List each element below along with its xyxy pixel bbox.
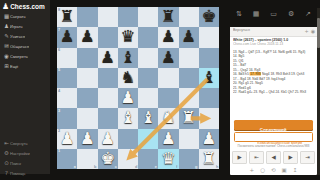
layout-icon[interactable]: ▣ xyxy=(282,167,287,173)
square-g1[interactable]: g xyxy=(179,149,199,169)
sidebar-item-сыграть[interactable]: ▦Сыграть xyxy=(3,11,50,21)
share-icon[interactable]: ↗ xyxy=(305,11,311,18)
square-f2[interactable]: ♟ xyxy=(158,129,178,149)
file-label: e xyxy=(155,165,157,169)
current-move[interactable]: 17. Rf3 xyxy=(250,72,261,76)
square-c6[interactable]: ♟ xyxy=(98,48,118,68)
square-d3[interactable]: ♝ xyxy=(118,108,138,128)
settings-icon[interactable]: ⚙ xyxy=(288,11,294,18)
piece-white-bishop-e3[interactable]: ♝ xyxy=(138,108,158,128)
piece-white-rook-g3[interactable]: ♜ xyxy=(179,108,199,128)
analysis-board-icon[interactable]: ▦ xyxy=(253,11,260,18)
rank-label: 4 xyxy=(58,89,60,93)
square-a5[interactable]: 5 xyxy=(57,68,77,88)
square-g8[interactable] xyxy=(179,7,199,27)
square-h1[interactable]: h♜ xyxy=(199,149,219,169)
sidebar-footer-item-помощь[interactable]: ?Помощь xyxy=(3,168,50,178)
logo-pawn-icon: ♟ xyxy=(2,3,9,11)
square-e6[interactable] xyxy=(138,48,158,68)
chat-icon: ✉ xyxy=(3,43,10,49)
engine-icon[interactable]: ▭ xyxy=(270,11,277,18)
square-g4[interactable] xyxy=(179,88,199,108)
piece-white-pawn-f2[interactable]: ♟ xyxy=(158,129,178,149)
next-button[interactable]: Следующий xyxy=(234,120,313,130)
sidebar-footer-item-label: Свернуть xyxy=(10,141,28,146)
watch-icon: ◉ xyxy=(3,53,10,59)
square-g2[interactable] xyxy=(179,129,199,149)
square-e4[interactable] xyxy=(138,88,158,108)
square-b5[interactable] xyxy=(77,68,97,88)
square-c8[interactable] xyxy=(98,7,118,27)
more-icon: ⊞ xyxy=(3,63,10,69)
file-label: d xyxy=(135,165,137,169)
piece-black-queen-d7[interactable]: ♛ xyxy=(118,27,138,47)
upload-icon[interactable]: ↥ xyxy=(293,167,298,173)
piece-white-pawn-h2[interactable]: ♟ xyxy=(199,129,219,149)
piece-black-rook-f8[interactable]: ♜ xyxy=(158,7,178,27)
sidebar-footer-item-label: Настройки xyxy=(10,151,30,156)
collapse-icon: ⇤ xyxy=(3,140,10,146)
piece-black-pawn-f6[interactable]: ♟ xyxy=(158,48,178,68)
sidebar-footer-item-label: Помощь xyxy=(10,171,25,176)
square-e3[interactable]: ♝ xyxy=(138,108,158,128)
sidebar-item-label: Играть xyxy=(10,24,23,29)
eye-icon[interactable]: ◉ xyxy=(311,28,315,35)
square-f5[interactable] xyxy=(158,68,178,88)
square-h3[interactable] xyxy=(199,108,219,128)
square-a8[interactable]: 8♜ xyxy=(57,7,77,27)
square-h8[interactable]: ♚ xyxy=(199,7,219,27)
square-d1[interactable]: d xyxy=(118,149,138,169)
rank-label: 5 xyxy=(58,68,60,72)
piece-black-king-h8[interactable]: ♚ xyxy=(199,7,219,27)
sidebar-item-label: Ещё xyxy=(10,64,18,69)
square-c4[interactable] xyxy=(98,88,118,108)
sidebar-item-смотреть[interactable]: ◉Смотреть xyxy=(3,51,50,61)
piece-black-pawn-g7[interactable]: ♟ xyxy=(179,27,199,47)
square-g6[interactable] xyxy=(179,48,199,68)
add-line-icon[interactable]: + xyxy=(250,167,255,173)
sidebar-item-label: Смотреть xyxy=(10,54,28,59)
square-b3[interactable] xyxy=(77,108,97,128)
next-move-button[interactable]: ▶ xyxy=(283,151,298,164)
panel-toolbar: ⇅▦▭⚙↗ xyxy=(230,8,317,21)
square-b8[interactable] xyxy=(77,7,97,27)
sidebar-footer-item-поиск[interactable]: ⊙Поиск xyxy=(3,158,50,168)
piece-black-bishop-d6[interactable]: ♝ xyxy=(118,48,138,68)
help-icon: ? xyxy=(3,170,10,176)
square-a1[interactable]: 1a xyxy=(57,149,77,169)
pawn-icon: ♟ xyxy=(3,23,10,29)
square-c2[interactable]: ♟ xyxy=(98,129,118,149)
piece-black-pawn-b7[interactable]: ♟ xyxy=(77,27,97,47)
square-f8[interactable]: ♜ xyxy=(158,7,178,27)
sidebar-footer-item-label: Поиск xyxy=(10,161,21,166)
square-e7[interactable] xyxy=(138,27,158,47)
panel-caption: Посмотреть анализ партии: Chess.com/anal… xyxy=(230,144,317,147)
square-b7[interactable]: ♟ xyxy=(77,27,97,47)
square-d7[interactable]: ♛ xyxy=(118,27,138,47)
panel-header: Вернуться +◉ xyxy=(230,27,317,37)
square-b6[interactable] xyxy=(77,48,97,68)
square-g7[interactable]: ♟ xyxy=(179,27,199,47)
logo-text: Chess.com xyxy=(10,3,45,10)
move-nav-controls: ▶⇤◀▶⇥ xyxy=(230,151,317,163)
flip-board-icon[interactable]: ⇅ xyxy=(236,11,242,18)
move-line[interactable]: 13. Ng4 – Qd7 (13... Kg8?! 14. Nxf6 gxf6… xyxy=(233,49,314,54)
square-a2[interactable]: 2♟ xyxy=(57,129,77,149)
square-h5[interactable]: ♝ xyxy=(199,68,219,88)
square-d5[interactable]: ♞ xyxy=(118,68,138,88)
piece-white-knight-f3[interactable]: ♞ xyxy=(158,108,178,128)
event-line: Chess.com Live Chess 2018.11.13 xyxy=(233,42,274,46)
square-c7[interactable] xyxy=(98,27,118,47)
rank-label: 3 xyxy=(58,109,60,113)
square-f6[interactable]: ♟ xyxy=(158,48,178,68)
square-a7[interactable]: 7♟ xyxy=(57,27,77,47)
prev-move-button[interactable]: ◀ xyxy=(266,151,281,164)
square-f3[interactable]: ♞ xyxy=(158,108,178,128)
square-c1[interactable]: c♚ xyxy=(98,149,118,169)
search-icon: ⊙ xyxy=(3,160,10,166)
board-icon: ▦ xyxy=(3,13,10,19)
piece-black-pawn-c6[interactable]: ♟ xyxy=(98,48,118,68)
square-d8[interactable] xyxy=(118,7,138,27)
file-label: a xyxy=(74,165,76,169)
piece-white-pawn-d4[interactable]: ♟ xyxy=(118,88,138,108)
sidebar-item-учиться[interactable]: ✎Учиться xyxy=(3,31,50,41)
sidebar: ♟ Chess.com ▦Сыграть♟Играть✎Учиться✉Обща… xyxy=(0,0,50,174)
rank-label: 1 xyxy=(58,149,60,153)
sidebar-item-label: Общаться xyxy=(10,44,29,49)
sidebar-item-ещё[interactable]: ⊞Ещё xyxy=(3,61,50,71)
piece-white-pawn-a2[interactable]: ♟ xyxy=(57,129,77,149)
square-b2[interactable]: ♟ xyxy=(77,129,97,149)
players-line: White (2637) – vponten (2560) 1-0 xyxy=(233,38,274,42)
chesscom-logo[interactable]: ♟ Chess.com xyxy=(2,2,45,11)
square-h2[interactable]: ♟ xyxy=(199,129,219,149)
piece-black-pawn-f7[interactable]: ♟ xyxy=(158,27,178,47)
piece-white-king-c1[interactable]: ♚ xyxy=(98,149,118,169)
piece-black-knight-d5[interactable]: ♞ xyxy=(118,68,138,88)
square-e5[interactable] xyxy=(138,68,158,88)
piece-black-rook-a8[interactable]: ♜ xyxy=(57,7,77,27)
move-list[interactable]: 13. Ng4 – Qd7 (13... Kg8?! 14. Nxf6 gxf6… xyxy=(233,49,314,118)
sidebar-item-общаться[interactable]: ✉Общаться xyxy=(3,41,50,51)
square-d4[interactable]: ♟ xyxy=(118,88,138,108)
square-g3[interactable]: ♜ xyxy=(179,108,199,128)
gear-icon: ⚙ xyxy=(3,150,10,156)
analysis-panel: Вернуться +◉ White (2637) – vponten (256… xyxy=(230,27,317,175)
file-label: b xyxy=(94,165,96,169)
square-b4[interactable] xyxy=(77,88,97,108)
square-g5[interactable] xyxy=(179,68,199,88)
game-info: White (2637) – vponten (2560) 1-0 Chess.… xyxy=(233,38,314,49)
rank-label: 6 xyxy=(58,48,60,52)
piece-black-bishop-h5[interactable]: ♝ xyxy=(199,68,219,88)
piece-white-bishop-d3[interactable]: ♝ xyxy=(118,108,138,128)
square-a3[interactable]: 3 xyxy=(57,108,77,128)
sidebar-item-label: Учиться xyxy=(10,34,25,39)
square-b1[interactable]: b xyxy=(77,149,97,169)
square-e2[interactable] xyxy=(138,129,158,149)
square-d6[interactable]: ♝ xyxy=(118,48,138,68)
add-icon[interactable]: + xyxy=(304,28,308,35)
square-d2[interactable] xyxy=(118,129,138,149)
square-e8[interactable] xyxy=(138,7,158,27)
square-f4[interactable] xyxy=(158,88,178,108)
square-f7[interactable]: ♟ xyxy=(158,27,178,47)
square-c3[interactable] xyxy=(98,108,118,128)
chess-board[interactable]: 8♜♜♚7♟♟♛♟♟6♟♝♟5♞♝4♟3♝♝♞♜2♟♟♟♟♟1abc♚def♛g… xyxy=(57,7,219,169)
sidebar-footer-item-настройки[interactable]: ⚙Настройки xyxy=(3,148,50,158)
square-a4[interactable]: 4 xyxy=(57,88,77,108)
record-icon[interactable]: ○ xyxy=(260,167,265,173)
sidebar-footer-item-свернуть[interactable]: ⇤Свернуть xyxy=(3,138,50,148)
piece-black-pawn-a7[interactable]: ♟ xyxy=(57,27,77,47)
square-h6[interactable] xyxy=(199,48,219,68)
move-line[interactable]: 22. Rad1 g4+ 23. Rg1 – Qh4 24. Kb1 Qh7 2… xyxy=(233,90,314,95)
first-move-button[interactable]: ⇤ xyxy=(249,151,264,164)
panel-footer-icons: +○⟲▣↥ xyxy=(230,165,317,174)
square-h7[interactable] xyxy=(199,27,219,47)
panel-header-icons: +◉ xyxy=(304,28,315,35)
square-c5[interactable] xyxy=(98,68,118,88)
square-h4[interactable] xyxy=(199,88,219,108)
sidebar-footer-menu: ⇤Свернуть⚙Настройки⊙Поиск?Помощь xyxy=(3,138,50,178)
square-f1[interactable]: f♛ xyxy=(158,149,178,169)
last-move-button[interactable]: ⇥ xyxy=(300,151,315,164)
refresh-icon[interactable]: ⟲ xyxy=(271,167,276,173)
sidebar-menu: ▦Сыграть♟Играть✎Учиться✉Общаться◉Смотрет… xyxy=(3,11,50,71)
motif-button[interactable]: Комбинационный мотив xyxy=(234,132,313,142)
panel-title: Вернуться xyxy=(233,28,250,32)
piece-white-pawn-b2[interactable]: ♟ xyxy=(77,129,97,149)
square-e1[interactable]: e xyxy=(138,149,158,169)
play-button[interactable]: ▶ xyxy=(232,151,247,164)
square-a6[interactable]: 6 xyxy=(57,48,77,68)
sidebar-item-играть[interactable]: ♟Играть xyxy=(3,21,50,31)
learn-icon: ✎ xyxy=(3,33,10,39)
sidebar-item-label: Сыграть xyxy=(10,14,26,19)
file-label: g xyxy=(195,165,197,169)
piece-white-queen-f1[interactable]: ♛ xyxy=(158,149,178,169)
piece-white-rook-h1[interactable]: ♜ xyxy=(199,149,219,169)
piece-white-pawn-c2[interactable]: ♟ xyxy=(98,129,118,149)
